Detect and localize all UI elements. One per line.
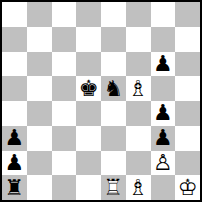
white-pawn-piece: ♟♙ bbox=[151, 151, 176, 176]
square-e1[interactable]: ♜♖ bbox=[101, 175, 126, 200]
white-bishop-icon: ♗ bbox=[126, 76, 151, 101]
black-pawn-piece: ♟ bbox=[151, 126, 176, 151]
square-e3[interactable] bbox=[101, 126, 126, 151]
square-c6[interactable] bbox=[52, 52, 77, 77]
square-b3[interactable] bbox=[27, 126, 52, 151]
square-d4[interactable] bbox=[76, 101, 101, 126]
square-d8[interactable] bbox=[76, 2, 101, 27]
square-a6[interactable] bbox=[2, 52, 27, 77]
white-bishop-icon: ♗ bbox=[126, 175, 151, 200]
square-e4[interactable] bbox=[101, 101, 126, 126]
square-e2[interactable] bbox=[101, 151, 126, 176]
square-g6[interactable]: ♟ bbox=[151, 52, 176, 77]
black-pawn-piece: ♟ bbox=[151, 101, 176, 126]
square-h2[interactable] bbox=[175, 151, 200, 176]
black-knight-piece: ♞ bbox=[101, 76, 126, 101]
square-g3[interactable]: ♟ bbox=[151, 126, 176, 151]
square-g7[interactable] bbox=[151, 27, 176, 52]
black-king-icon: ♚ bbox=[76, 76, 101, 101]
square-h8[interactable] bbox=[175, 2, 200, 27]
square-f1[interactable]: ♝♗ bbox=[126, 175, 151, 200]
square-d7[interactable] bbox=[76, 27, 101, 52]
square-e5[interactable]: ♞ bbox=[101, 76, 126, 101]
square-d5[interactable]: ♚ bbox=[76, 76, 101, 101]
white-rook-icon: ♖ bbox=[101, 175, 126, 200]
square-c5[interactable] bbox=[52, 76, 77, 101]
square-c8[interactable] bbox=[52, 2, 77, 27]
square-b6[interactable] bbox=[27, 52, 52, 77]
black-pawn-icon: ♟ bbox=[151, 101, 176, 126]
black-pawn-icon: ♟ bbox=[2, 126, 27, 151]
square-c3[interactable] bbox=[52, 126, 77, 151]
white-king-icon: ♔ bbox=[175, 175, 200, 200]
square-f5[interactable]: ♝♗ bbox=[126, 76, 151, 101]
square-g8[interactable] bbox=[151, 2, 176, 27]
square-b5[interactable] bbox=[27, 76, 52, 101]
square-h5[interactable] bbox=[175, 76, 200, 101]
white-rook-piece: ♜♖ bbox=[101, 175, 126, 200]
black-king-piece: ♚ bbox=[76, 76, 101, 101]
square-c2[interactable] bbox=[52, 151, 77, 176]
square-g1[interactable] bbox=[151, 175, 176, 200]
square-b4[interactable] bbox=[27, 101, 52, 126]
square-d6[interactable] bbox=[76, 52, 101, 77]
square-a1[interactable]: ♜ bbox=[2, 175, 27, 200]
square-a4[interactable] bbox=[2, 101, 27, 126]
square-c4[interactable] bbox=[52, 101, 77, 126]
square-b1[interactable] bbox=[27, 175, 52, 200]
square-g5[interactable] bbox=[151, 76, 176, 101]
square-g4[interactable]: ♟ bbox=[151, 101, 176, 126]
square-f2[interactable] bbox=[126, 151, 151, 176]
square-g2[interactable]: ♟♙ bbox=[151, 151, 176, 176]
white-bishop-piece: ♝♗ bbox=[126, 175, 151, 200]
square-e6[interactable] bbox=[101, 52, 126, 77]
square-e8[interactable] bbox=[101, 2, 126, 27]
square-h4[interactable] bbox=[175, 101, 200, 126]
square-c7[interactable] bbox=[52, 27, 77, 52]
black-pawn-icon: ♟ bbox=[151, 52, 176, 77]
white-king-piece: ♚♔ bbox=[175, 175, 200, 200]
black-rook-piece: ♜ bbox=[2, 175, 27, 200]
square-a8[interactable] bbox=[2, 2, 27, 27]
square-f3[interactable] bbox=[126, 126, 151, 151]
black-pawn-piece: ♟ bbox=[2, 126, 27, 151]
square-a7[interactable] bbox=[2, 27, 27, 52]
black-rook-icon: ♜ bbox=[2, 175, 27, 200]
white-bishop-piece: ♝♗ bbox=[126, 76, 151, 101]
square-d3[interactable] bbox=[76, 126, 101, 151]
square-f4[interactable] bbox=[126, 101, 151, 126]
square-h6[interactable] bbox=[175, 52, 200, 77]
square-h7[interactable] bbox=[175, 27, 200, 52]
black-knight-icon: ♞ bbox=[101, 76, 126, 101]
black-pawn-icon: ♟ bbox=[2, 151, 27, 176]
black-pawn-icon: ♟ bbox=[151, 126, 176, 151]
square-d1[interactable] bbox=[76, 175, 101, 200]
square-f7[interactable] bbox=[126, 27, 151, 52]
square-a2[interactable]: ♟ bbox=[2, 151, 27, 176]
square-h1[interactable]: ♚♔ bbox=[175, 175, 200, 200]
black-pawn-piece: ♟ bbox=[151, 52, 176, 77]
square-b7[interactable] bbox=[27, 27, 52, 52]
square-f8[interactable] bbox=[126, 2, 151, 27]
white-pawn-icon: ♙ bbox=[151, 151, 176, 176]
square-a3[interactable]: ♟ bbox=[2, 126, 27, 151]
square-h3[interactable] bbox=[175, 126, 200, 151]
square-f6[interactable] bbox=[126, 52, 151, 77]
chess-board: ♟♚♞♝♗♟♟♟♟♟♙♜♜♖♝♗♚♔ bbox=[2, 2, 200, 200]
square-d2[interactable] bbox=[76, 151, 101, 176]
square-a5[interactable] bbox=[2, 76, 27, 101]
chess-board-frame: ♟♚♞♝♗♟♟♟♟♟♙♜♜♖♝♗♚♔ bbox=[0, 0, 202, 202]
square-b8[interactable] bbox=[27, 2, 52, 27]
black-pawn-piece: ♟ bbox=[2, 151, 27, 176]
square-e7[interactable] bbox=[101, 27, 126, 52]
square-b2[interactable] bbox=[27, 151, 52, 176]
square-c1[interactable] bbox=[52, 175, 77, 200]
